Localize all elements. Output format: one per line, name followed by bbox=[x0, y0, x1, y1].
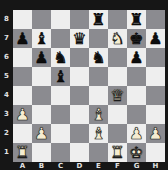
file-label-g: G bbox=[127, 162, 146, 170]
rank-label-2: 2 bbox=[0, 124, 13, 143]
black-bishop-b7: ♝ bbox=[34, 29, 48, 48]
black-pawn-h7: ♟ bbox=[148, 29, 162, 48]
square-d3[interactable] bbox=[70, 105, 89, 124]
square-a7[interactable]: ♟ bbox=[13, 29, 32, 48]
square-b3[interactable] bbox=[32, 105, 51, 124]
square-d5[interactable] bbox=[70, 67, 89, 86]
black-pawn-a7: ♟ bbox=[15, 29, 29, 48]
square-d8[interactable] bbox=[70, 10, 89, 29]
square-a4[interactable] bbox=[13, 86, 32, 105]
white-queen-f4: ♛ bbox=[110, 86, 124, 105]
file-label-c: C bbox=[51, 162, 70, 170]
square-f2[interactable] bbox=[108, 124, 127, 143]
square-h2[interactable]: ♟ bbox=[146, 124, 165, 143]
square-b2[interactable]: ♟ bbox=[32, 124, 51, 143]
square-f1[interactable]: ♜ bbox=[108, 143, 127, 162]
file-label-h: H bbox=[146, 162, 165, 170]
black-pawn-g6: ♟ bbox=[129, 48, 143, 67]
square-h5[interactable] bbox=[146, 67, 165, 86]
black-knight-e6: ♞ bbox=[91, 48, 105, 67]
square-h6[interactable] bbox=[146, 48, 165, 67]
square-h3[interactable] bbox=[146, 105, 165, 124]
white-pawn-h2: ♟ bbox=[148, 124, 162, 143]
square-g1[interactable]: ♚ bbox=[127, 143, 146, 162]
square-g2[interactable]: ♟ bbox=[127, 124, 146, 143]
square-c6[interactable]: ♞ bbox=[51, 48, 70, 67]
white-bishop-e3: ♝ bbox=[91, 105, 105, 124]
square-e8[interactable]: ♜ bbox=[89, 10, 108, 29]
white-bishop-e2: ♝ bbox=[91, 124, 105, 143]
file-label-f: F bbox=[108, 162, 127, 170]
square-h8[interactable] bbox=[146, 10, 165, 29]
rank-label-1: 1 bbox=[0, 143, 13, 162]
white-pawn-g2: ♟ bbox=[129, 124, 143, 143]
square-b6[interactable]: ♟ bbox=[32, 48, 51, 67]
square-c4[interactable] bbox=[51, 86, 70, 105]
black-rook-g8: ♜ bbox=[129, 10, 143, 29]
black-pawn-b6: ♟ bbox=[34, 48, 48, 67]
board-corner bbox=[0, 162, 13, 170]
square-g8[interactable]: ♜ bbox=[127, 10, 146, 29]
square-e4[interactable] bbox=[89, 86, 108, 105]
square-a3[interactable]: ♟ bbox=[13, 105, 32, 124]
white-rook-f1: ♜ bbox=[110, 143, 124, 162]
square-g7[interactable]: ♚ bbox=[127, 29, 146, 48]
white-king-g1: ♚ bbox=[129, 143, 143, 162]
square-e1[interactable] bbox=[89, 143, 108, 162]
square-d4[interactable] bbox=[70, 86, 89, 105]
square-c2[interactable] bbox=[51, 124, 70, 143]
square-g3[interactable] bbox=[127, 105, 146, 124]
square-c7[interactable] bbox=[51, 29, 70, 48]
rank-label-3: 3 bbox=[0, 105, 13, 124]
square-e6[interactable]: ♞ bbox=[89, 48, 108, 67]
square-b8[interactable] bbox=[32, 10, 51, 29]
white-pawn-a3: ♟ bbox=[15, 105, 29, 124]
square-f5[interactable] bbox=[108, 67, 127, 86]
square-b4[interactable] bbox=[32, 86, 51, 105]
square-a1[interactable]: ♜ bbox=[13, 143, 32, 162]
file-label-a: A bbox=[13, 162, 32, 170]
square-h7[interactable]: ♟ bbox=[146, 29, 165, 48]
square-g5[interactable] bbox=[127, 67, 146, 86]
square-c3[interactable] bbox=[51, 105, 70, 124]
square-e5[interactable] bbox=[89, 67, 108, 86]
square-a5[interactable] bbox=[13, 67, 32, 86]
square-f7[interactable]: ♞ bbox=[108, 29, 127, 48]
black-king-g7: ♚ bbox=[129, 29, 143, 48]
square-f8[interactable] bbox=[108, 10, 127, 29]
square-a8[interactable] bbox=[13, 10, 32, 29]
square-e3[interactable]: ♝ bbox=[89, 105, 108, 124]
rank-label-4: 4 bbox=[0, 86, 13, 105]
black-rook-e8: ♜ bbox=[91, 10, 105, 29]
square-a2[interactable] bbox=[13, 124, 32, 143]
white-rook-a1: ♜ bbox=[15, 143, 29, 162]
chess-board: 8♜♜7♟♝♛♞♚♟6♟♞♞♟5♝4♛3♟♝2♟♝♟♟1♜♜♚ABCDEFGH bbox=[0, 10, 168, 170]
rank-label-8: 8 bbox=[0, 10, 13, 29]
black-bishop-c5: ♝ bbox=[53, 67, 67, 86]
square-e7[interactable] bbox=[89, 29, 108, 48]
file-label-b: B bbox=[32, 162, 51, 170]
square-f3[interactable] bbox=[108, 105, 127, 124]
square-h1[interactable] bbox=[146, 143, 165, 162]
square-b7[interactable]: ♝ bbox=[32, 29, 51, 48]
file-label-e: E bbox=[89, 162, 108, 170]
square-d7[interactable]: ♛ bbox=[70, 29, 89, 48]
square-a6[interactable] bbox=[13, 48, 32, 67]
chess-board-frame: 8♜♜7♟♝♛♞♚♟6♟♞♞♟5♝4♛3♟♝2♟♝♟♟1♜♜♚ABCDEFGH bbox=[0, 0, 168, 170]
rank-label-6: 6 bbox=[0, 48, 13, 67]
file-label-d: D bbox=[70, 162, 89, 170]
square-d2[interactable] bbox=[70, 124, 89, 143]
black-knight-c6: ♞ bbox=[53, 48, 67, 67]
square-b5[interactable] bbox=[32, 67, 51, 86]
square-h4[interactable] bbox=[146, 86, 165, 105]
square-f6[interactable] bbox=[108, 48, 127, 67]
square-g4[interactable] bbox=[127, 86, 146, 105]
rank-label-7: 7 bbox=[0, 29, 13, 48]
square-f4[interactable]: ♛ bbox=[108, 86, 127, 105]
square-e2[interactable]: ♝ bbox=[89, 124, 108, 143]
black-queen-d7: ♛ bbox=[72, 29, 86, 48]
square-d1[interactable] bbox=[70, 143, 89, 162]
white-pawn-b2: ♟ bbox=[34, 124, 48, 143]
square-c5[interactable]: ♝ bbox=[51, 67, 70, 86]
square-c1[interactable] bbox=[51, 143, 70, 162]
square-g6[interactable]: ♟ bbox=[127, 48, 146, 67]
square-c8[interactable] bbox=[51, 10, 70, 29]
square-d6[interactable] bbox=[70, 48, 89, 67]
rank-label-5: 5 bbox=[0, 67, 13, 86]
white-knight-f7: ♞ bbox=[110, 29, 124, 48]
square-b1[interactable] bbox=[32, 143, 51, 162]
